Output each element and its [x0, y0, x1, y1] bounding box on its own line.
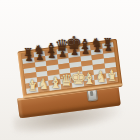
piece-black-pawn-d7: ♟ — [59, 49, 67, 58]
piece-black-pawn-g7: ♟ — [93, 45, 101, 54]
piece-white-pawn-g2: ♟ — [96, 70, 104, 79]
piece-black-bishop-c8: ♝ — [45, 41, 58, 55]
piece-black-rook-h8: ♜ — [103, 37, 113, 48]
latch-keyhole — [90, 91, 94, 96]
piece-white-queen-d1: ♛ — [59, 72, 73, 88]
piece-black-rook-a8: ♜ — [23, 47, 33, 58]
piece-white-knight-b1: ♞ — [38, 79, 49, 92]
piece-white-rook-h1: ♜ — [107, 71, 117, 82]
piece-white-pawn-d2: ♟ — [62, 74, 70, 83]
piece-white-pawn-f2: ♟ — [85, 71, 93, 80]
piece-white-king-e1: ♚ — [70, 69, 86, 87]
piece-white-pawn-a2: ♟ — [28, 79, 36, 88]
piece-white-bishop-c1: ♝ — [49, 76, 62, 90]
piece-black-pawn-b7: ♟ — [36, 52, 44, 61]
product-photo: ♜♞♝♛♚♝♞♜♟♟♟♟♟♟♟♟♟♟♟♟♟♟♟♟♜♞♝♛♚♝♞♜ — [0, 0, 140, 140]
piece-black-knight-b8: ♞ — [34, 44, 45, 57]
piece-black-pawn-e7: ♟ — [70, 48, 78, 57]
piece-white-pawn-e2: ♟ — [73, 73, 81, 82]
piece-white-knight-g1: ♞ — [95, 71, 106, 84]
piece-white-pawn-h2: ♟ — [108, 68, 116, 77]
piece-white-bishop-f1: ♝ — [83, 71, 96, 85]
piece-black-queen-d8: ♛ — [55, 37, 69, 53]
piece-black-pawn-a7: ♟ — [25, 54, 33, 63]
piece-black-pawn-f7: ♟ — [82, 46, 90, 55]
piece-white-pawn-c2: ♟ — [51, 76, 59, 85]
piece-black-pawn-h7: ♟ — [104, 43, 112, 52]
piece-black-king-e8: ♚ — [66, 34, 82, 52]
piece-white-rook-a1: ♜ — [27, 81, 37, 92]
piece-white-pawn-b2: ♟ — [39, 77, 47, 86]
piece-black-bishop-f8: ♝ — [79, 36, 92, 50]
piece-black-knight-g8: ♞ — [91, 36, 102, 49]
piece-black-pawn-c7: ♟ — [47, 51, 55, 60]
